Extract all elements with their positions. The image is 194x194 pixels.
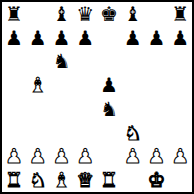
square-h5[interactable] [168, 73, 192, 97]
square-g6[interactable] [145, 50, 169, 74]
square-e1[interactable]: ♜ [97, 168, 121, 192]
square-d6[interactable] [73, 50, 97, 74]
square-a5[interactable] [2, 73, 26, 97]
square-d3[interactable] [73, 121, 97, 145]
square-g5[interactable] [145, 73, 169, 97]
square-h8[interactable]: ♜ [168, 2, 192, 26]
square-e7[interactable] [97, 26, 121, 50]
black-pawn-icon: ♟ [52, 28, 70, 48]
square-d8[interactable]: ♛ [73, 2, 97, 26]
black-pawn-icon: ♟ [5, 28, 23, 48]
black-bishop-icon: ♝ [52, 4, 70, 24]
square-c4[interactable] [50, 97, 74, 121]
square-h4[interactable] [168, 97, 192, 121]
square-g1[interactable]: ♚ [145, 168, 169, 192]
square-f5[interactable] [121, 73, 145, 97]
square-c1[interactable]: ♝ [50, 168, 74, 192]
white-queen-icon: ♛ [76, 170, 94, 190]
square-b4[interactable] [26, 97, 50, 121]
square-c5[interactable] [50, 73, 74, 97]
square-h1[interactable] [168, 168, 192, 192]
black-pawn-icon: ♟ [124, 28, 142, 48]
square-f2[interactable]: ♟ [121, 145, 145, 169]
square-g7[interactable]: ♟ [145, 26, 169, 50]
square-h6[interactable] [168, 50, 192, 74]
square-d4[interactable] [73, 97, 97, 121]
square-c6[interactable]: ♞ [50, 50, 74, 74]
black-knight-icon: ♞ [52, 51, 70, 71]
square-a8[interactable]: ♜ [2, 2, 26, 26]
black-bishop-icon: ♝ [124, 4, 142, 24]
square-e3[interactable] [97, 121, 121, 145]
square-b5[interactable]: ♝ [26, 73, 50, 97]
square-f1[interactable] [121, 168, 145, 192]
square-e6[interactable] [97, 50, 121, 74]
square-e8[interactable]: ♚ [97, 2, 121, 26]
square-a3[interactable] [2, 121, 26, 145]
square-a4[interactable] [2, 97, 26, 121]
black-rook-icon: ♜ [5, 4, 23, 24]
square-e5[interactable]: ♟ [97, 73, 121, 97]
black-pawn-icon: ♟ [171, 28, 189, 48]
square-b6[interactable] [26, 50, 50, 74]
square-c7[interactable]: ♟ [50, 26, 74, 50]
square-a7[interactable]: ♟ [2, 26, 26, 50]
square-f7[interactable]: ♟ [121, 26, 145, 50]
square-f3[interactable]: ♞ [121, 121, 145, 145]
square-h2[interactable]: ♟ [168, 145, 192, 169]
white-pawn-icon: ♟ [147, 146, 165, 166]
white-pawn-icon: ♟ [5, 146, 23, 166]
square-f4[interactable] [121, 97, 145, 121]
square-a1[interactable]: ♜ [2, 168, 26, 192]
black-pawn-icon: ♟ [147, 28, 165, 48]
square-d1[interactable]: ♛ [73, 168, 97, 192]
square-g8[interactable] [145, 2, 169, 26]
black-pawn-icon: ♟ [76, 28, 94, 48]
black-rook-icon: ♜ [171, 4, 189, 24]
square-h3[interactable] [168, 121, 192, 145]
square-d2[interactable]: ♟ [73, 145, 97, 169]
white-rook-icon: ♜ [100, 170, 118, 190]
square-b7[interactable]: ♟ [26, 26, 50, 50]
square-c2[interactable]: ♟ [50, 145, 74, 169]
white-knight-icon: ♞ [124, 123, 142, 143]
black-pawn-icon: ♟ [100, 75, 118, 95]
white-pawn-icon: ♟ [29, 146, 47, 166]
square-d5[interactable] [73, 73, 97, 97]
square-c8[interactable]: ♝ [50, 2, 74, 26]
square-b3[interactable] [26, 121, 50, 145]
white-bishop-icon: ♝ [52, 170, 70, 190]
square-g3[interactable] [145, 121, 169, 145]
chess-board[interactable]: ♜♝♛♚♝♜♟♟♟♟♟♟♟♞♝♟♞♞♟♟♟♟♟♟♟♜♞♝♛♜♚ [0, 0, 194, 194]
square-d7[interactable]: ♟ [73, 26, 97, 50]
white-rook-icon: ♜ [5, 170, 23, 190]
white-knight-icon: ♞ [29, 170, 47, 190]
square-g2[interactable]: ♟ [145, 145, 169, 169]
white-bishop-icon: ♝ [29, 75, 47, 95]
black-queen-icon: ♛ [76, 4, 94, 24]
white-pawn-icon: ♟ [52, 146, 70, 166]
square-c3[interactable] [50, 121, 74, 145]
square-a2[interactable]: ♟ [2, 145, 26, 169]
square-a6[interactable] [2, 50, 26, 74]
square-g4[interactable] [145, 97, 169, 121]
square-b1[interactable]: ♞ [26, 168, 50, 192]
square-f6[interactable] [121, 50, 145, 74]
square-b2[interactable]: ♟ [26, 145, 50, 169]
square-f8[interactable]: ♝ [121, 2, 145, 26]
black-king-icon: ♚ [100, 4, 118, 24]
white-king-icon: ♚ [147, 170, 165, 190]
white-pawn-icon: ♟ [124, 146, 142, 166]
square-h7[interactable]: ♟ [168, 26, 192, 50]
square-b8[interactable] [26, 2, 50, 26]
square-e2[interactable] [97, 145, 121, 169]
square-e4[interactable]: ♞ [97, 97, 121, 121]
white-pawn-icon: ♟ [76, 146, 94, 166]
white-pawn-icon: ♟ [171, 146, 189, 166]
black-pawn-icon: ♟ [29, 28, 47, 48]
black-knight-icon: ♞ [100, 99, 118, 119]
